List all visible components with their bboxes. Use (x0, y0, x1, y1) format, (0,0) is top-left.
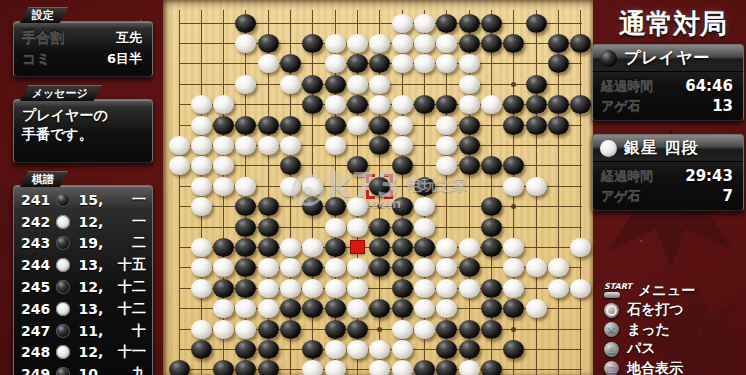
move-y: 十 (108, 322, 146, 340)
control-row-square[interactable]: □地合表示 (604, 359, 744, 375)
cross-button-icon: ✕ (604, 322, 619, 337)
black-stone (503, 116, 524, 135)
move-number: 241 (21, 192, 54, 208)
black-stone (481, 238, 502, 257)
control-row-cross[interactable]: ✕まった (604, 320, 744, 340)
black-stone (235, 116, 256, 135)
white-stone (503, 177, 524, 196)
black-stone (280, 299, 301, 318)
message-panel: プレイヤーの 手番です。 (13, 99, 153, 163)
white-stone (325, 340, 346, 359)
white-stone (347, 299, 368, 318)
black-stone (481, 279, 502, 298)
white-stone (436, 54, 457, 73)
black-stone (235, 218, 256, 237)
start-button-icon: START (604, 283, 634, 298)
move-y: 二 (108, 234, 146, 252)
white-stone (392, 54, 413, 73)
player-name: プレイヤー (624, 48, 711, 69)
control-label: パス (627, 340, 656, 358)
kifu-move-row: 24812,十一 (14, 342, 152, 364)
black-stone (414, 360, 435, 375)
black-stone (392, 299, 413, 318)
white-stone (191, 177, 212, 196)
white-stone (258, 299, 279, 318)
white-stone (436, 258, 457, 277)
white-stone (191, 258, 212, 277)
settings-panel-tab: 設定 (20, 7, 69, 23)
white-stone (191, 320, 212, 339)
white-stone (570, 238, 591, 257)
watermark: ◉ k73 .com 电玩之家 (292, 170, 467, 211)
black-stone (548, 34, 569, 53)
white-stone (369, 340, 390, 359)
move-x: 13 (74, 257, 98, 273)
white-stone (258, 279, 279, 298)
black-stone (235, 360, 256, 375)
black-stone (302, 95, 323, 114)
white-stone (213, 156, 234, 175)
white-stone (436, 34, 457, 53)
white-stone (369, 75, 390, 94)
black-stone (369, 218, 390, 237)
white-stone (280, 238, 301, 257)
black-stone (325, 238, 346, 257)
black-stone (436, 320, 457, 339)
black-stone (459, 258, 480, 277)
black-stone (481, 34, 502, 53)
black-stone (280, 116, 301, 135)
white-stone (280, 279, 301, 298)
move-x: 13 (74, 301, 98, 317)
white-stone (459, 238, 480, 257)
white-stone (169, 136, 190, 155)
star-point (511, 327, 516, 332)
control-label: 地合表示 (627, 360, 683, 375)
black-stone (280, 320, 301, 339)
kifu-move-row: 24115,一 (14, 189, 152, 211)
black-stone (481, 299, 502, 318)
message-title: メッセージ (32, 86, 88, 101)
white-stone (526, 258, 547, 277)
move-number: 244 (21, 257, 54, 273)
white-stone (548, 258, 569, 277)
black-stone (570, 34, 591, 53)
white-stone (548, 279, 569, 298)
move-comma: , (98, 366, 108, 375)
white-stone (526, 299, 547, 318)
black-stone (459, 136, 480, 155)
black-stone (481, 156, 502, 175)
white-stone (191, 197, 212, 216)
white-stone (325, 258, 346, 277)
black-stone (414, 95, 435, 114)
white-stone (258, 136, 279, 155)
white-stone (325, 218, 346, 237)
captures-value: 13 (712, 97, 733, 115)
white-stone (213, 320, 234, 339)
black-stone-icon (56, 367, 70, 375)
black-stone (213, 360, 234, 375)
control-row-start[interactable]: STARTメニュー (604, 281, 744, 301)
black-stone (302, 75, 323, 94)
move-comma: , (98, 235, 108, 251)
opponent-name: 銀星 四段 (624, 138, 699, 159)
move-x: 12 (74, 279, 98, 295)
settings-panel: 手合割 互先 コミ 6目半 (13, 21, 153, 77)
black-stone (369, 136, 390, 155)
elapsed-time-value: 29:43 (685, 167, 733, 185)
white-stone (191, 279, 212, 298)
move-number: 246 (21, 301, 54, 317)
black-stone (169, 360, 190, 375)
white-stone (481, 95, 502, 114)
white-stone (213, 136, 234, 155)
white-stone (369, 34, 390, 53)
white-stone (392, 116, 413, 135)
move-number: 243 (21, 235, 54, 251)
move-comma: , (98, 279, 108, 295)
white-stone (235, 136, 256, 155)
white-stone (347, 75, 368, 94)
black-stone (325, 320, 346, 339)
handicap-value: 互先 (116, 29, 142, 47)
white-stone (392, 14, 413, 33)
black-stone (258, 320, 279, 339)
circle-button-icon (604, 303, 619, 318)
square-button-icon: □ (604, 361, 619, 375)
white-stone (347, 34, 368, 53)
white-stone (392, 320, 413, 339)
player-card-black: プレイヤー 経過時間 64:46 アゲ石 13 (592, 44, 744, 121)
handicap-label: 手合割 (22, 29, 64, 47)
black-stone (258, 34, 279, 53)
black-stone (436, 14, 457, 33)
black-stone-icon (56, 193, 70, 207)
white-stone (414, 218, 435, 237)
black-stone (258, 116, 279, 135)
black-stone (503, 299, 524, 318)
board-cursor[interactable] (350, 240, 365, 254)
komi-label: コミ (22, 50, 51, 68)
move-x: 10 (74, 366, 98, 375)
white-stone (213, 177, 234, 196)
player-card-white: 銀星 四段 経過時間 29:43 アゲ石 7 (592, 134, 744, 211)
black-stone (258, 197, 279, 216)
black-stone (213, 238, 234, 257)
move-number: 242 (21, 214, 54, 230)
black-stone (235, 197, 256, 216)
black-stone (235, 340, 256, 359)
white-stone (280, 136, 301, 155)
white-stone (369, 360, 390, 375)
control-label: 石を打つ (627, 301, 684, 319)
white-stone (414, 34, 435, 53)
black-stone (258, 218, 279, 237)
black-stone (191, 340, 212, 359)
white-stone (414, 54, 435, 73)
white-stone-icon (56, 345, 70, 359)
black-stone-icon (56, 324, 70, 338)
white-stone (347, 340, 368, 359)
white-stone (235, 34, 256, 53)
white-stone (235, 75, 256, 94)
black-stone (213, 116, 234, 135)
white-stone-icon (56, 258, 70, 272)
white-stone (235, 177, 256, 196)
black-stone (369, 299, 390, 318)
black-stone (459, 320, 480, 339)
settings-title: 設定 (32, 8, 54, 23)
white-stone (169, 156, 190, 175)
watermark-gamepad-icon: ◉ (292, 174, 324, 206)
move-x: 12 (74, 214, 98, 230)
white-stone (347, 218, 368, 237)
move-comma: , (98, 214, 108, 230)
black-stone (436, 360, 457, 375)
move-number: 245 (21, 279, 54, 295)
kifu-move-row: 24512,十二 (14, 276, 152, 298)
white-stone (414, 258, 435, 277)
black-stone (258, 360, 279, 375)
black-stone (235, 238, 256, 257)
white-stone (392, 360, 413, 375)
captures-value: 7 (723, 187, 733, 205)
black-stone (481, 197, 502, 216)
kifu-move-list: 24115,一24212,一24319,二24413,十五24512,十二246… (14, 189, 152, 375)
white-stone (347, 116, 368, 135)
white-stone (503, 238, 524, 257)
black-stone (481, 360, 502, 375)
black-stone (459, 34, 480, 53)
black-stone (325, 75, 346, 94)
black-stone (258, 340, 279, 359)
komi-value: 6目半 (107, 50, 142, 68)
black-stone (235, 258, 256, 277)
black-stone (459, 116, 480, 135)
white-stone (235, 299, 256, 318)
white-stone (325, 360, 346, 375)
white-stone (436, 279, 457, 298)
star-point (511, 204, 516, 209)
white-stone (258, 54, 279, 73)
black-stone (503, 34, 524, 53)
controller-help: STARTメニュー石を打つ✕まった△パス□地合表示 (604, 281, 744, 375)
move-x: 11 (74, 323, 98, 339)
black-stone (548, 95, 569, 114)
black-stone (213, 279, 234, 298)
move-y: 十二 (108, 300, 146, 318)
white-stone (570, 279, 591, 298)
grid-line-vertical (179, 10, 180, 375)
white-stone (347, 258, 368, 277)
white-stone (414, 14, 435, 33)
black-stone (459, 340, 480, 359)
kifu-move-row: 24613,十二 (14, 298, 152, 320)
black-stone (369, 258, 390, 277)
white-stone (213, 95, 234, 114)
move-number: 247 (21, 323, 54, 339)
black-stone (325, 116, 346, 135)
captures-label: アゲ石 (601, 187, 641, 205)
move-comma: , (98, 192, 108, 208)
move-y: 一 (108, 191, 146, 209)
white-stone (325, 279, 346, 298)
star-point (511, 82, 516, 87)
white-stone (459, 95, 480, 114)
move-x: 15 (74, 192, 98, 208)
white-stone-icon (56, 302, 70, 316)
black-stone (369, 54, 390, 73)
white-stone (503, 279, 524, 298)
captures-label: アゲ石 (601, 97, 641, 115)
white-stone (325, 54, 346, 73)
black-stone (526, 95, 547, 114)
message-line-2: 手番です。 (22, 126, 93, 142)
black-stone (503, 340, 524, 359)
move-x: 19 (74, 235, 98, 251)
elapsed-time-value: 64:46 (685, 77, 733, 95)
grid-line-vertical (580, 10, 581, 375)
kifu-move-row: 24319,二 (14, 233, 152, 255)
black-stone (503, 95, 524, 114)
black-stone (392, 218, 413, 237)
move-comma: , (98, 344, 108, 360)
game-screen: 設定 手合割 互先 コミ 6目半 メッセージ プレイヤーの 手番です。 棋譜 2… (0, 0, 746, 375)
white-stone (258, 258, 279, 277)
white-stone (459, 279, 480, 298)
black-stone (369, 238, 390, 257)
move-y: 十一 (108, 343, 146, 361)
black-stone (280, 54, 301, 73)
white-stone-icon (56, 215, 70, 229)
message-panel-tab: メッセージ (20, 85, 103, 101)
white-stone (213, 299, 234, 318)
move-y: 九 (108, 365, 146, 375)
white-stone (414, 320, 435, 339)
white-stone (526, 177, 547, 196)
white-stone (392, 34, 413, 53)
move-x: 12 (74, 344, 98, 360)
black-stone (459, 14, 480, 33)
black-stone (302, 299, 323, 318)
black-stone-icon (56, 236, 70, 250)
match-mode-title: 通常対局 (600, 6, 746, 42)
move-number: 249 (21, 366, 54, 375)
black-stone (302, 34, 323, 53)
black-stone (526, 116, 547, 135)
black-stone (436, 340, 457, 359)
black-stone (526, 75, 547, 94)
black-stone (369, 116, 390, 135)
black-stone (392, 258, 413, 277)
black-stone (392, 238, 413, 257)
black-stone (302, 340, 323, 359)
elapsed-time-label: 経過時間 (601, 77, 653, 95)
black-stone (481, 218, 502, 237)
black-stone (436, 95, 457, 114)
white-stone (459, 54, 480, 73)
black-stone (526, 14, 547, 33)
white-stone (503, 258, 524, 277)
star-point (377, 327, 382, 332)
white-stone (325, 136, 346, 155)
white-stone (191, 95, 212, 114)
control-row-circle[interactable]: 石を打つ (604, 301, 744, 321)
black-stone-icon (56, 280, 70, 294)
kifu-move-row: 24413,十五 (14, 254, 152, 276)
white-stone (459, 360, 480, 375)
white-stone (280, 258, 301, 277)
white-stone (436, 136, 457, 155)
move-comma: , (98, 323, 108, 339)
kifu-panel: 24115,一24212,一24319,二24413,十五24512,十二246… (13, 185, 153, 375)
kifu-panel-tab: 棋譜 (20, 171, 69, 187)
control-label: メニュー (638, 282, 695, 300)
white-stone (347, 279, 368, 298)
message-line-1: プレイヤーの (22, 107, 108, 123)
move-y: 十二 (108, 278, 146, 296)
white-stone (325, 95, 346, 114)
white-stone-icon (600, 140, 617, 157)
move-y: 一 (108, 213, 146, 231)
watermark-caption: 电玩之家 (407, 176, 467, 195)
white-stone (392, 136, 413, 155)
white-stone (213, 258, 234, 277)
white-stone (436, 238, 457, 257)
white-stone (459, 75, 480, 94)
white-stone (392, 95, 413, 114)
white-stone (369, 95, 390, 114)
white-stone (280, 75, 301, 94)
white-stone (302, 238, 323, 257)
black-stone (548, 116, 569, 135)
kifu-move-row: 24910,九 (14, 363, 152, 375)
black-stone (503, 156, 524, 175)
black-stone (258, 238, 279, 257)
white-stone (191, 238, 212, 257)
black-stone (392, 279, 413, 298)
black-stone (481, 320, 502, 339)
white-stone (191, 116, 212, 135)
white-stone (436, 116, 457, 135)
white-stone (235, 320, 256, 339)
black-stone (570, 95, 591, 114)
black-stone (302, 258, 323, 277)
move-comma: , (98, 301, 108, 317)
background-speckles (0, 0, 2, 2)
black-stone (481, 14, 502, 33)
kifu-move-row: 24711,十 (14, 320, 152, 342)
triangle-button-icon: △ (604, 342, 619, 357)
black-stone (347, 320, 368, 339)
control-row-triangle[interactable]: △パス (604, 340, 744, 360)
black-stone-icon (600, 50, 617, 67)
control-label: まった (627, 321, 670, 339)
kifu-title: 棋譜 (32, 172, 54, 187)
black-stone (548, 54, 569, 73)
white-stone (302, 360, 323, 375)
black-stone (235, 14, 256, 33)
white-stone (191, 156, 212, 175)
white-stone (325, 34, 346, 53)
kifu-move-row: 24212,一 (14, 211, 152, 233)
move-y: 十五 (108, 256, 146, 274)
white-stone (414, 279, 435, 298)
white-stone (436, 299, 457, 318)
black-stone (347, 54, 368, 73)
black-stone (325, 299, 346, 318)
